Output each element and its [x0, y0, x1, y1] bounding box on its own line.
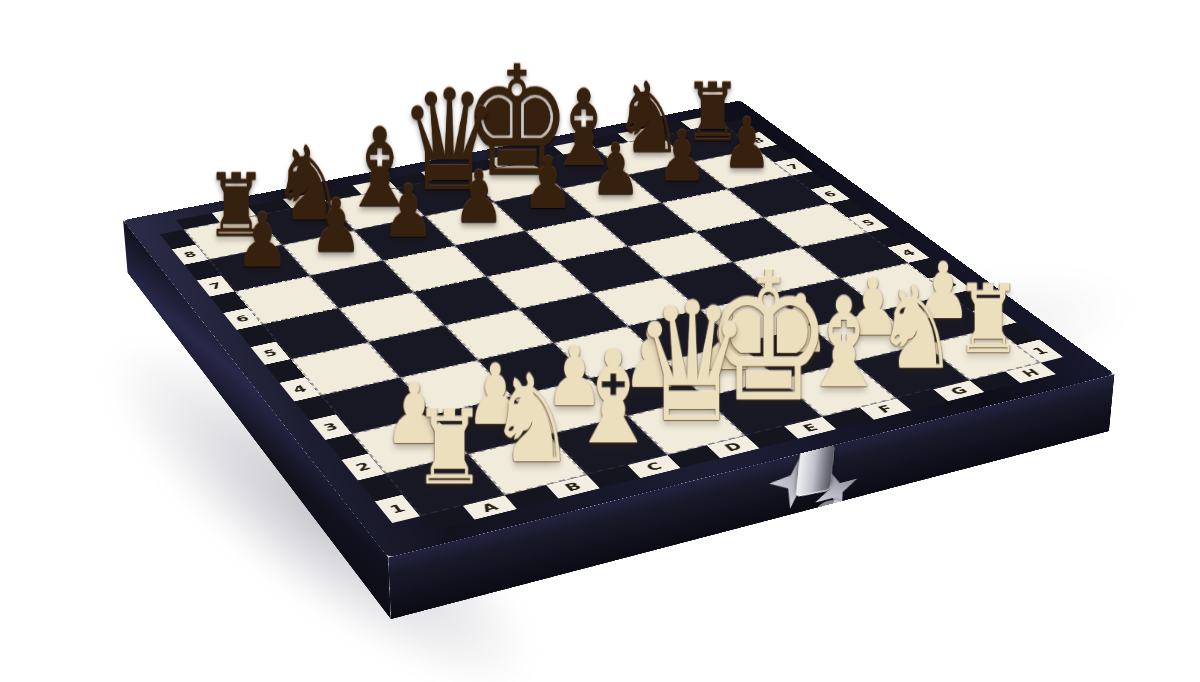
clasp-hook-icon — [800, 489, 873, 564]
photo-scene: 87654321 87654321 ABCDEFGH ♜♞♝♛♚♝♞♜♟♟♟♟♟… — [0, 0, 1200, 682]
piece-white-rook[interactable]: ♜ — [366, 406, 532, 490]
chessboard-3d-wrap: 87654321 87654321 ABCDEFGH ♜♞♝♛♚♝♞♜♟♟♟♟♟… — [230, 0, 970, 682]
clasp-hasp — [796, 444, 835, 497]
chessboard: 87654321 87654321 ABCDEFGH ♜♞♝♛♚♝♞♜♟♟♟♟♟… — [123, 100, 1115, 557]
metal-clasp[interactable] — [759, 429, 868, 551]
